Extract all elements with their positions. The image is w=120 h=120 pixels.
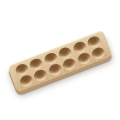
pit-bottom-4[interactable] [61,56,77,71]
pit-bottom-3[interactable] [47,62,63,77]
pit-bottom-2[interactable] [33,67,49,82]
pit-bottom-5[interactable] [76,51,92,66]
pit-bottom-1[interactable] [18,73,34,88]
mancala-board [7,30,112,93]
photo-background [0,0,120,120]
pit-bottom-6[interactable] [90,45,106,60]
